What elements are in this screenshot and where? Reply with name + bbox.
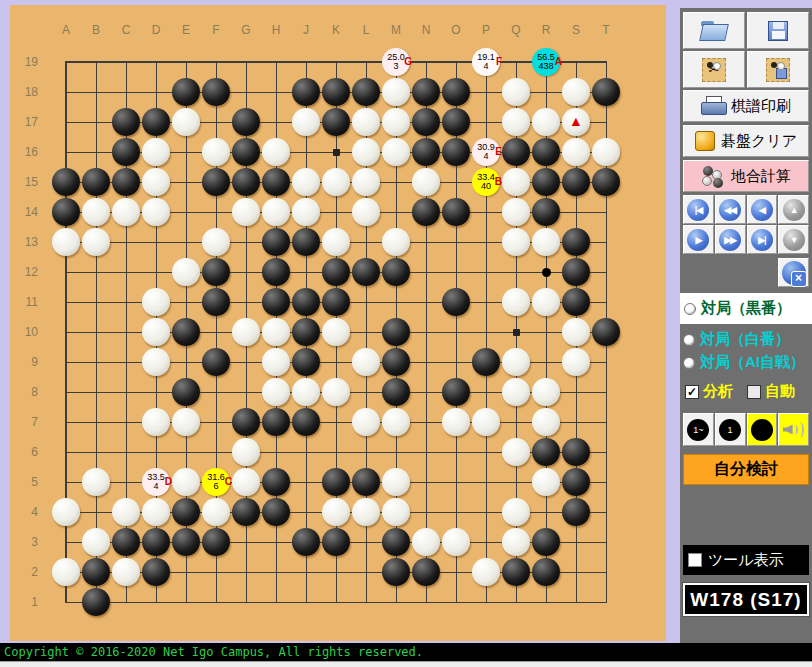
- stone-black[interactable]: [142, 108, 170, 136]
- stone-black[interactable]: [232, 498, 260, 526]
- stone-white[interactable]: [502, 288, 530, 316]
- stone-white[interactable]: [112, 558, 140, 586]
- stone-black[interactable]: [562, 498, 590, 526]
- stone-white[interactable]: [262, 198, 290, 226]
- stone-white[interactable]: [502, 438, 530, 466]
- stone-black[interactable]: [352, 468, 380, 496]
- numbered-stone-icon: 1~: [687, 419, 709, 441]
- ai-candidate-G[interactable]: 25.03G: [382, 48, 410, 76]
- stone-black[interactable]: [592, 168, 620, 196]
- stone-black[interactable]: [262, 228, 290, 256]
- stone-white[interactable]: [502, 228, 530, 256]
- col-label-O: O: [441, 23, 471, 37]
- stone-white[interactable]: [532, 468, 560, 496]
- radio-icon: [683, 357, 695, 369]
- radio-icon: [683, 334, 695, 346]
- stone-white[interactable]: [232, 468, 260, 496]
- col-label-K: K: [321, 23, 351, 37]
- paste-position-button[interactable]: [747, 51, 809, 88]
- go-board-panel: ABCDEFGHJKLMNOPQRST 19181716151413121110…: [10, 5, 666, 641]
- copyright-text: Copyright © 2016-2020 Net Igo Campus, Al…: [0, 645, 423, 659]
- stone-black[interactable]: [172, 528, 200, 556]
- ai-candidate-B[interactable]: 33.440B: [472, 168, 500, 196]
- col-label-D: D: [141, 23, 171, 37]
- stone-black[interactable]: [592, 318, 620, 346]
- col-label-H: H: [261, 23, 291, 37]
- stone-black[interactable]: [232, 168, 260, 196]
- stone-white[interactable]: [502, 198, 530, 226]
- forward-icon: ▶: [687, 229, 709, 251]
- board-floppy-icon: [766, 58, 790, 82]
- tool-display-checkbox[interactable]: [688, 553, 702, 567]
- row-label-12: 12: [16, 265, 38, 279]
- stone-black[interactable]: [502, 138, 530, 166]
- stone-black[interactable]: [502, 558, 530, 586]
- ai-candidate-E[interactable]: 30.94E: [472, 138, 500, 166]
- tool-display-toggle[interactable]: ツール表示: [683, 545, 809, 575]
- print-kifu-label: 棋譜印刷: [731, 97, 791, 116]
- col-label-R: R: [531, 23, 561, 37]
- stone-white[interactable]: [82, 528, 110, 556]
- fast-forward-button[interactable]: ▶▶: [715, 225, 746, 254]
- row-label-10: 10: [16, 325, 38, 339]
- col-label-M: M: [381, 23, 411, 37]
- stone-black[interactable]: [412, 78, 440, 106]
- stone-white[interactable]: [442, 528, 470, 556]
- stone-black[interactable]: [172, 78, 200, 106]
- show-last-number-button[interactable]: 1: [715, 413, 746, 446]
- stone-black[interactable]: [442, 108, 470, 136]
- stone-black[interactable]: [262, 168, 290, 196]
- stone-black[interactable]: [442, 378, 470, 406]
- stone-white[interactable]: [142, 198, 170, 226]
- stone-white[interactable]: [142, 318, 170, 346]
- stone-white[interactable]: [472, 408, 500, 436]
- down-button: ▼: [778, 225, 809, 254]
- stone-black[interactable]: [592, 78, 620, 106]
- stone-white[interactable]: [172, 258, 200, 286]
- auto-label: 自動: [765, 382, 795, 401]
- cut-position-button[interactable]: ✂: [683, 51, 745, 88]
- stone-white[interactable]: [142, 498, 170, 526]
- stone-black[interactable]: [382, 528, 410, 556]
- stone-black[interactable]: [532, 528, 560, 556]
- show-all-numbers-button[interactable]: 1~: [683, 413, 714, 446]
- auto-checkbox[interactable]: [747, 385, 761, 399]
- back-icon: ◀: [751, 199, 773, 221]
- row-label-18: 18: [16, 85, 38, 99]
- stone-white[interactable]: [262, 318, 290, 346]
- stone-black[interactable]: [532, 168, 560, 196]
- gold-square-icon: [695, 131, 715, 151]
- number-one-stone-icon: 1: [719, 419, 741, 441]
- stone-white[interactable]: [412, 168, 440, 196]
- stone-black[interactable]: [562, 438, 590, 466]
- stone-black[interactable]: [322, 108, 350, 136]
- open-folder-icon: [701, 21, 727, 40]
- stone-black[interactable]: [262, 468, 290, 496]
- print-kifu-button[interactable]: 棋譜印刷: [683, 90, 809, 122]
- stone-black[interactable]: [52, 198, 80, 226]
- territory-count-button[interactable]: 地合計算: [683, 160, 809, 192]
- stone-white[interactable]: [502, 378, 530, 406]
- stone-white[interactable]: [532, 408, 560, 436]
- stone-white[interactable]: [142, 138, 170, 166]
- stone-white[interactable]: [592, 138, 620, 166]
- row-label-16: 16: [16, 145, 38, 159]
- up-button: ▲: [778, 195, 809, 224]
- stone-white[interactable]: [142, 348, 170, 376]
- col-label-Q: Q: [501, 23, 531, 37]
- ai-candidate-D[interactable]: 33.54D: [142, 468, 170, 496]
- stone-white[interactable]: [52, 498, 80, 526]
- stone-white[interactable]: [352, 198, 380, 226]
- stone-white[interactable]: [382, 468, 410, 496]
- bottom-strip: [0, 661, 812, 667]
- stone-black[interactable]: [352, 78, 380, 106]
- stone-white[interactable]: [202, 228, 230, 256]
- row-label-19: 19: [16, 55, 38, 69]
- self-review-label: 自分検討: [714, 459, 778, 480]
- stone-black[interactable]: [202, 78, 230, 106]
- stone-white[interactable]: [232, 318, 260, 346]
- play-black-band: 対局（黒番）: [680, 293, 812, 324]
- stone-white[interactable]: [352, 498, 380, 526]
- ai-candidate-A[interactable]: 56.5438A: [532, 48, 560, 76]
- row-label-9: 9: [16, 355, 38, 369]
- stone-black[interactable]: [172, 378, 200, 406]
- stone-black[interactable]: [202, 168, 230, 196]
- printer-icon: [701, 96, 725, 116]
- board-scissors-icon: ✂: [702, 58, 726, 82]
- stone-white[interactable]: [352, 168, 380, 196]
- stone-white[interactable]: [322, 168, 350, 196]
- stone-white[interactable]: [352, 138, 380, 166]
- analysis-label: 分析: [703, 382, 733, 401]
- move-display: W178 (S17): [683, 583, 809, 616]
- stone-black[interactable]: [442, 288, 470, 316]
- stone-white[interactable]: [262, 138, 290, 166]
- col-label-P: P: [471, 23, 501, 37]
- stone-black[interactable]: [532, 138, 560, 166]
- skip-to-end-button[interactable]: ▶|: [747, 225, 778, 254]
- stone-black[interactable]: [382, 348, 410, 376]
- col-label-A: A: [51, 23, 81, 37]
- stone-black[interactable]: [322, 528, 350, 556]
- fast-back-icon: ◀◀: [719, 199, 741, 221]
- stone-white[interactable]: [172, 108, 200, 136]
- stone-black[interactable]: [232, 138, 260, 166]
- stone-white[interactable]: [322, 228, 350, 256]
- col-label-C: C: [111, 23, 141, 37]
- stone-black[interactable]: [262, 498, 290, 526]
- control-sidebar: ✂ 棋譜印刷 碁盤クリア 地合計算 |◀◀◀◀▲ ▶▶▶▶|▼ 対局（黒番） 対…: [680, 8, 812, 645]
- stone-black[interactable]: [172, 498, 200, 526]
- stone-white[interactable]: [442, 408, 470, 436]
- stone-black[interactable]: [322, 258, 350, 286]
- stone-white[interactable]: [292, 378, 320, 406]
- stone-white[interactable]: [502, 348, 530, 376]
- fast-back-button[interactable]: ◀◀: [715, 195, 746, 224]
- fast-forward-icon: ▶▶: [719, 229, 741, 251]
- stone-black[interactable]: [232, 408, 260, 436]
- stone-white[interactable]: [232, 438, 260, 466]
- row-label-13: 13: [16, 235, 38, 249]
- stone-white[interactable]: [562, 78, 590, 106]
- stone-black[interactable]: [382, 378, 410, 406]
- clear-board-button[interactable]: 碁盤クリア: [683, 125, 809, 157]
- radio-play-black[interactable]: 対局（黒番）: [684, 299, 808, 318]
- stone-white[interactable]: [502, 78, 530, 106]
- go-stones-icon: [701, 165, 725, 187]
- stone-white[interactable]: [412, 528, 440, 556]
- stone-black[interactable]: [82, 588, 110, 616]
- stone-white[interactable]: [382, 498, 410, 526]
- analysis-checkbox[interactable]: ✓: [685, 385, 699, 399]
- stone-white[interactable]: [172, 408, 200, 436]
- stone-white[interactable]: [292, 198, 320, 226]
- stone-white[interactable]: [532, 288, 560, 316]
- stone-white[interactable]: [142, 168, 170, 196]
- stone-white[interactable]: [112, 198, 140, 226]
- stone-white[interactable]: [562, 138, 590, 166]
- col-label-T: T: [591, 23, 621, 37]
- save-file-button[interactable]: [747, 12, 809, 49]
- stone-white[interactable]: [352, 348, 380, 376]
- radio-play-ai[interactable]: 対局（AI自戦）: [683, 353, 809, 372]
- row-label-5: 5: [16, 475, 38, 489]
- stone-black[interactable]: [52, 168, 80, 196]
- radio-play-white[interactable]: 対局（白番）: [683, 330, 809, 349]
- stone-black[interactable]: [532, 198, 560, 226]
- stone-white[interactable]: [202, 498, 230, 526]
- tool-display-label: ツール表示: [708, 551, 784, 570]
- stone-black[interactable]: [202, 348, 230, 376]
- stone-white[interactable]: [142, 408, 170, 436]
- forward-button[interactable]: ▶: [683, 225, 714, 254]
- stone-white[interactable]: [532, 108, 560, 136]
- stone-black[interactable]: [262, 288, 290, 316]
- stone-black[interactable]: [112, 138, 140, 166]
- stone-white[interactable]: [382, 108, 410, 136]
- stone-black[interactable]: [202, 528, 230, 556]
- delete-move-button[interactable]: [778, 258, 809, 287]
- stone-black[interactable]: [292, 228, 320, 256]
- skip-to-start-button[interactable]: |◀: [683, 195, 714, 224]
- stone-white[interactable]: [532, 378, 560, 406]
- back-button[interactable]: ◀: [747, 195, 778, 224]
- stone-black[interactable]: [112, 528, 140, 556]
- stone-white[interactable]: [502, 498, 530, 526]
- stone-black[interactable]: [412, 558, 440, 586]
- row-label-8: 8: [16, 385, 38, 399]
- stone-white[interactable]: [382, 228, 410, 256]
- radio-play-black-label: 対局（黒番）: [701, 299, 791, 318]
- stone-white[interactable]: [322, 498, 350, 526]
- stone-white[interactable]: [82, 468, 110, 496]
- stone-white[interactable]: [292, 168, 320, 196]
- stone-white[interactable]: [142, 288, 170, 316]
- col-label-F: F: [201, 23, 231, 37]
- stone-white[interactable]: [502, 528, 530, 556]
- stone-black[interactable]: [262, 258, 290, 286]
- dot-marker: [542, 268, 551, 277]
- stone-black[interactable]: [82, 168, 110, 196]
- stone-black[interactable]: [202, 288, 230, 316]
- row-label-11: 11: [16, 295, 38, 309]
- row-label-4: 4: [16, 505, 38, 519]
- stone-black[interactable]: [292, 348, 320, 376]
- stone-white[interactable]: [82, 198, 110, 226]
- col-label-S: S: [561, 23, 591, 37]
- stone-black[interactable]: [532, 558, 560, 586]
- clear-board-label: 碁盤クリア: [721, 132, 797, 151]
- stone-black[interactable]: [352, 258, 380, 286]
- col-label-E: E: [171, 23, 201, 37]
- stone-white[interactable]: [292, 108, 320, 136]
- stone-black[interactable]: [382, 318, 410, 346]
- copyright-bar: Copyright © 2016-2020 Net Igo Campus, Al…: [0, 643, 812, 661]
- down-icon: ▼: [783, 229, 805, 251]
- stone-black[interactable]: [412, 138, 440, 166]
- move-display-text: W178 (S17): [690, 589, 801, 611]
- show-plain-stones-button[interactable]: [747, 413, 778, 446]
- last-move-triangle-icon: ▲: [562, 113, 590, 129]
- stone-white[interactable]: [202, 138, 230, 166]
- stone-white[interactable]: [322, 378, 350, 406]
- stone-white[interactable]: [82, 228, 110, 256]
- stone-black[interactable]: [262, 408, 290, 436]
- stone-white[interactable]: [322, 318, 350, 346]
- radio-icon: [684, 303, 696, 315]
- stone-black[interactable]: [562, 168, 590, 196]
- stone-white[interactable]: [262, 348, 290, 376]
- stone-black[interactable]: [322, 288, 350, 316]
- row-label-7: 7: [16, 415, 38, 429]
- ai-candidate-F[interactable]: 19.14F: [472, 48, 500, 76]
- stone-black[interactable]: [562, 288, 590, 316]
- stone-white[interactable]: [502, 168, 530, 196]
- col-label-N: N: [411, 23, 441, 37]
- stone-white[interactable]: [352, 408, 380, 436]
- row-label-2: 2: [16, 565, 38, 579]
- open-file-button[interactable]: [683, 12, 745, 49]
- stone-black[interactable]: [382, 558, 410, 586]
- stone-black[interactable]: [532, 438, 560, 466]
- stone-black[interactable]: [412, 108, 440, 136]
- stone-white[interactable]: [562, 318, 590, 346]
- radio-play-ai-label: 対局（AI自戦）: [700, 353, 805, 372]
- stone-white[interactable]: [532, 228, 560, 256]
- stone-black[interactable]: [472, 348, 500, 376]
- star-point-K16: [333, 149, 340, 156]
- stone-black[interactable]: [322, 78, 350, 106]
- skip-to-end-icon: ▶|: [751, 229, 773, 251]
- col-label-G: G: [231, 23, 261, 37]
- row-label-3: 3: [16, 535, 38, 549]
- stone-white[interactable]: [562, 348, 590, 376]
- col-label-L: L: [351, 23, 381, 37]
- stone-white[interactable]: [472, 558, 500, 586]
- stone-black[interactable]: [202, 258, 230, 286]
- row-label-15: 15: [16, 175, 38, 189]
- stone-black[interactable]: [112, 108, 140, 136]
- stone-black[interactable]: [172, 318, 200, 346]
- plain-stone-icon: [751, 419, 773, 441]
- speaker-icon: [783, 421, 805, 439]
- stone-black[interactable]: [382, 258, 410, 286]
- skip-to-start-icon: |◀: [687, 199, 709, 221]
- stone-white[interactable]: [232, 198, 260, 226]
- territory-count-label: 地合計算: [731, 167, 791, 186]
- delete-x-icon: [782, 261, 806, 285]
- self-review-button[interactable]: 自分検討: [683, 454, 809, 485]
- stone-black[interactable]: [292, 288, 320, 316]
- star-point-Q10: [513, 329, 520, 336]
- stone-white[interactable]: [262, 378, 290, 406]
- stone-black[interactable]: [82, 558, 110, 586]
- stone-white[interactable]: [172, 468, 200, 496]
- up-icon: ▲: [783, 199, 805, 221]
- stone-black[interactable]: [142, 528, 170, 556]
- save-floppy-icon: [768, 21, 788, 41]
- stone-black[interactable]: [562, 468, 590, 496]
- stone-white[interactable]: [382, 78, 410, 106]
- row-label-6: 6: [16, 445, 38, 459]
- ai-candidate-C[interactable]: 31.66C: [202, 468, 230, 496]
- stone-black[interactable]: [412, 198, 440, 226]
- col-label-B: B: [81, 23, 111, 37]
- stone-white[interactable]: [502, 108, 530, 136]
- stone-black[interactable]: [322, 468, 350, 496]
- stone-black[interactable]: [292, 408, 320, 436]
- stone-black[interactable]: [292, 78, 320, 106]
- sound-toggle-button[interactable]: [778, 413, 809, 446]
- stone-black[interactable]: [142, 558, 170, 586]
- stone-black[interactable]: [232, 108, 260, 136]
- radio-play-white-label: 対局（白番）: [700, 330, 790, 349]
- stone-black[interactable]: [292, 318, 320, 346]
- stone-black[interactable]: [442, 138, 470, 166]
- stone-black[interactable]: [442, 78, 470, 106]
- stone-black[interactable]: [562, 228, 590, 256]
- stone-black[interactable]: [112, 168, 140, 196]
- row-label-1: 1: [16, 595, 38, 609]
- row-label-14: 14: [16, 205, 38, 219]
- stone-black[interactable]: [442, 198, 470, 226]
- stone-black[interactable]: [562, 258, 590, 286]
- go-board[interactable]: 56.5438A33.440B31.66C33.54D30.94E19.14F2…: [51, 47, 621, 617]
- stone-white[interactable]: [52, 558, 80, 586]
- row-label-17: 17: [16, 115, 38, 129]
- col-label-J: J: [291, 23, 321, 37]
- stone-white[interactable]: [52, 228, 80, 256]
- stone-white[interactable]: [352, 108, 380, 136]
- stone-black[interactable]: [292, 528, 320, 556]
- stone-white[interactable]: [382, 408, 410, 436]
- stone-white[interactable]: [112, 498, 140, 526]
- stone-white[interactable]: [382, 138, 410, 166]
